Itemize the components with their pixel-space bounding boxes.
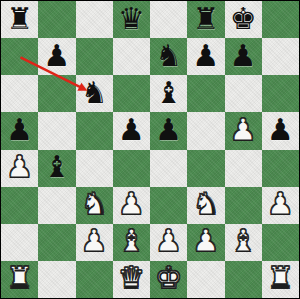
square-a4[interactable]: ♟ — [1, 150, 38, 187]
square-a6[interactable] — [1, 75, 38, 112]
black-pawn-h5[interactable]: ♟ — [267, 115, 294, 145]
black-pawn-e5[interactable]: ♟ — [155, 115, 182, 145]
square-c1[interactable] — [76, 261, 113, 298]
square-c4[interactable] — [76, 150, 113, 187]
square-d1[interactable]: ♛ — [113, 261, 150, 298]
square-b3[interactable] — [38, 187, 75, 224]
square-h5[interactable]: ♟ — [262, 112, 299, 149]
square-e6[interactable]: ♝ — [150, 75, 187, 112]
white-pawn-a4[interactable]: ♟ — [6, 152, 33, 182]
square-c7[interactable] — [76, 38, 113, 75]
square-f2[interactable]: ♟ — [187, 224, 224, 261]
square-a1[interactable]: ♜ — [1, 261, 38, 298]
square-c6[interactable]: ♞ — [76, 75, 113, 112]
white-queen-d1[interactable]: ♛ — [118, 263, 145, 293]
square-d4[interactable] — [113, 150, 150, 187]
black-pawn-d5[interactable]: ♟ — [118, 115, 145, 145]
square-g4[interactable] — [225, 150, 262, 187]
black-pawn-a5[interactable]: ♟ — [6, 115, 33, 145]
square-c3[interactable]: ♞ — [76, 187, 113, 224]
square-d7[interactable] — [113, 38, 150, 75]
square-e8[interactable] — [150, 1, 187, 38]
black-queen-d8[interactable]: ♛ — [118, 4, 145, 34]
white-pawn-f2[interactable]: ♟ — [192, 226, 219, 256]
square-h2[interactable] — [262, 224, 299, 261]
white-pawn-d3[interactable]: ♟ — [118, 189, 145, 219]
white-rook-a1[interactable]: ♜ — [6, 263, 33, 293]
black-knight-e7[interactable]: ♞ — [155, 41, 182, 71]
white-pawn-h3[interactable]: ♟ — [267, 189, 294, 219]
square-g8[interactable]: ♚ — [225, 1, 262, 38]
black-pawn-g7[interactable]: ♟ — [230, 41, 257, 71]
square-d8[interactable]: ♛ — [113, 1, 150, 38]
square-f3[interactable]: ♞ — [187, 187, 224, 224]
square-h3[interactable]: ♟ — [262, 187, 299, 224]
square-h6[interactable] — [262, 75, 299, 112]
square-b1[interactable] — [38, 261, 75, 298]
square-a3[interactable] — [1, 187, 38, 224]
square-g5[interactable]: ♟ — [225, 112, 262, 149]
black-king-g8[interactable]: ♚ — [230, 4, 257, 34]
square-g7[interactable]: ♟ — [225, 38, 262, 75]
square-d2[interactable]: ♝ — [113, 224, 150, 261]
white-pawn-e2[interactable]: ♟ — [155, 226, 182, 256]
white-knight-c3[interactable]: ♞ — [81, 189, 108, 219]
square-b8[interactable] — [38, 1, 75, 38]
square-g6[interactable] — [225, 75, 262, 112]
square-a8[interactable]: ♜ — [1, 1, 38, 38]
square-e2[interactable]: ♟ — [150, 224, 187, 261]
square-h1[interactable]: ♜ — [262, 261, 299, 298]
square-a7[interactable] — [1, 38, 38, 75]
black-bishop-e6[interactable]: ♝ — [155, 78, 182, 108]
square-b7[interactable]: ♟ — [38, 38, 75, 75]
square-h7[interactable] — [262, 38, 299, 75]
square-e7[interactable]: ♞ — [150, 38, 187, 75]
black-knight-c6[interactable]: ♞ — [81, 78, 108, 108]
white-knight-f3[interactable]: ♞ — [192, 189, 219, 219]
chess-board-container: ♜♛♜♚♟♞♟♟♞♝♟♟♟♟♟♟♝♞♟♞♟♟♝♟♟♝♜♛♚♜ — [0, 0, 300, 299]
square-g1[interactable] — [225, 261, 262, 298]
white-rook-h1[interactable]: ♜ — [267, 263, 294, 293]
square-g2[interactable]: ♝ — [225, 224, 262, 261]
chess-board: ♜♛♜♚♟♞♟♟♞♝♟♟♟♟♟♟♝♞♟♞♟♟♝♟♟♝♜♛♚♜ — [1, 1, 299, 298]
square-c8[interactable] — [76, 1, 113, 38]
square-f7[interactable]: ♟ — [187, 38, 224, 75]
square-f1[interactable] — [187, 261, 224, 298]
square-f4[interactable] — [187, 150, 224, 187]
square-f6[interactable] — [187, 75, 224, 112]
square-d3[interactable]: ♟ — [113, 187, 150, 224]
square-e4[interactable] — [150, 150, 187, 187]
black-pawn-b7[interactable]: ♟ — [43, 41, 70, 71]
white-pawn-g5[interactable]: ♟ — [230, 115, 257, 145]
white-king-e1[interactable]: ♚ — [155, 263, 182, 293]
square-d5[interactable]: ♟ — [113, 112, 150, 149]
square-e5[interactable]: ♟ — [150, 112, 187, 149]
black-rook-f8[interactable]: ♜ — [192, 4, 219, 34]
square-b5[interactable] — [38, 112, 75, 149]
square-h4[interactable] — [262, 150, 299, 187]
square-e1[interactable]: ♚ — [150, 261, 187, 298]
square-a5[interactable]: ♟ — [1, 112, 38, 149]
black-pawn-f7[interactable]: ♟ — [192, 41, 219, 71]
square-e3[interactable] — [150, 187, 187, 224]
square-f5[interactable] — [187, 112, 224, 149]
square-b6[interactable] — [38, 75, 75, 112]
square-d6[interactable] — [113, 75, 150, 112]
white-bishop-d2[interactable]: ♝ — [118, 226, 145, 256]
black-bishop-b4[interactable]: ♝ — [43, 152, 70, 182]
white-pawn-c2[interactable]: ♟ — [81, 226, 108, 256]
square-b4[interactable]: ♝ — [38, 150, 75, 187]
square-c5[interactable] — [76, 112, 113, 149]
black-rook-a8[interactable]: ♜ — [6, 4, 33, 34]
square-h8[interactable] — [262, 1, 299, 38]
square-b2[interactable] — [38, 224, 75, 261]
white-bishop-g2[interactable]: ♝ — [230, 226, 257, 256]
square-g3[interactable] — [225, 187, 262, 224]
square-f8[interactable]: ♜ — [187, 1, 224, 38]
square-a2[interactable] — [1, 224, 38, 261]
square-c2[interactable]: ♟ — [76, 224, 113, 261]
